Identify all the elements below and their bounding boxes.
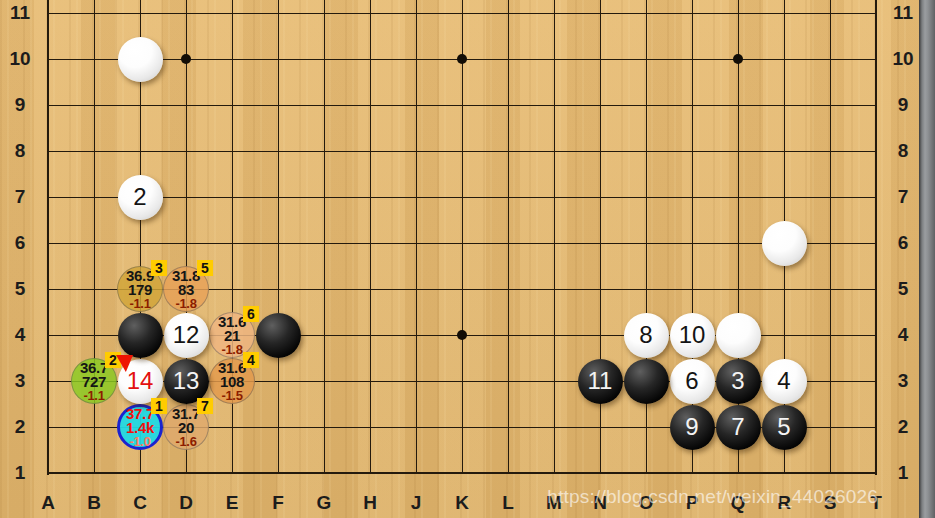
candidate-visits: 21 [224, 329, 240, 343]
row-label-left-4: 4 [2, 323, 38, 347]
candidate-rank-badge: 1 [151, 398, 167, 414]
move-number: 8 [639, 323, 652, 347]
candidate-score: -1.0 [129, 435, 150, 448]
column-label-H: H [356, 491, 384, 515]
grid-line-col-G [324, 0, 325, 474]
candidate-score: -1.8 [175, 297, 196, 310]
row-label-right-10: 10 [885, 47, 921, 71]
stone-black-Q2[interactable]: 7 [716, 405, 761, 450]
row-label-left-9: 9 [2, 93, 38, 117]
grid-line-col-L [508, 0, 509, 474]
row-label-right-4: 4 [885, 323, 921, 347]
move-number: 10 [679, 323, 706, 347]
candidate-score: -1.1 [83, 389, 104, 402]
column-label-C: C [126, 491, 154, 515]
move-number: 12 [173, 323, 200, 347]
stone-black-F4[interactable] [256, 313, 301, 358]
grid-line-col-T [875, 0, 877, 475]
grid-line-row-11 [47, 13, 877, 14]
stone-white-P3[interactable]: 6 [670, 359, 715, 404]
stone-white-P4[interactable]: 10 [670, 313, 715, 358]
row-label-left-3: 3 [2, 369, 38, 393]
move-number: 2 [133, 185, 146, 209]
board-right-edge [919, 0, 935, 518]
star-point-D10 [181, 54, 191, 64]
candidate-visits: 20 [178, 421, 194, 435]
candidate-visits: 727 [82, 375, 106, 389]
row-label-right-6: 6 [885, 231, 921, 255]
row-label-left-2: 2 [2, 415, 38, 439]
column-label-L: L [494, 491, 522, 515]
candidate-rank-badge: 4 [243, 352, 259, 368]
column-label-G: G [310, 491, 338, 515]
candidate-rank-badge: 3 [151, 260, 167, 276]
row-label-right-9: 9 [885, 93, 921, 117]
move-number: 11 [588, 369, 613, 393]
candidate-visits: 108 [220, 375, 244, 389]
stone-black-C4[interactable] [118, 313, 163, 358]
grid-line-row-9 [47, 105, 877, 106]
row-label-left-6: 6 [2, 231, 38, 255]
grid-line-row-7 [47, 197, 877, 198]
row-label-right-1: 1 [885, 461, 921, 485]
stone-black-O3[interactable] [624, 359, 669, 404]
move-number: 13 [173, 369, 200, 393]
stone-white-C7[interactable]: 2 [118, 175, 163, 220]
grid-line-col-J [416, 0, 417, 474]
grid-line-col-F [278, 0, 279, 474]
grid-line-col-S [830, 0, 831, 474]
move-number: 5 [777, 415, 790, 439]
row-label-right-7: 7 [885, 185, 921, 209]
move-number: 4 [777, 369, 790, 393]
row-label-left-8: 8 [2, 139, 38, 163]
stone-black-P2[interactable]: 9 [670, 405, 715, 450]
row-label-right-5: 5 [885, 277, 921, 301]
stone-white-R6[interactable] [762, 221, 807, 266]
candidate-visits: 83 [178, 283, 194, 297]
stone-black-N3[interactable]: 11 [578, 359, 623, 404]
move-number: 6 [685, 369, 698, 393]
candidate-rank-badge: 7 [197, 398, 213, 414]
grid-line-col-A [47, 0, 49, 475]
candidate-score: -1.6 [175, 435, 196, 448]
row-label-left-5: 5 [2, 277, 38, 301]
grid-line-col-H [370, 0, 371, 474]
row-label-left-10: 10 [2, 47, 38, 71]
row-label-right-11: 11 [885, 1, 921, 25]
move-number: 3 [731, 369, 744, 393]
stone-white-C10[interactable] [118, 37, 163, 82]
row-label-left-7: 7 [2, 185, 38, 209]
candidate-score: -1.5 [221, 389, 242, 402]
candidate-rank-badge: 2 [105, 352, 121, 368]
stone-black-R2[interactable]: 5 [762, 405, 807, 450]
grid-line-col-M [554, 0, 555, 474]
row-label-right-3: 3 [885, 369, 921, 393]
move-number: 7 [731, 415, 744, 439]
grid-line-col-K [462, 0, 463, 474]
candidate-rank-badge: 5 [197, 260, 213, 276]
grid-line-row-8 [47, 151, 877, 152]
stone-black-Q3[interactable]: 3 [716, 359, 761, 404]
stone-white-R3[interactable]: 4 [762, 359, 807, 404]
grid-line-row-1 [47, 472, 877, 474]
column-label-J: J [402, 491, 430, 515]
column-label-B: B [80, 491, 108, 515]
candidate-score: -1.8 [221, 343, 242, 356]
move-number: 9 [685, 415, 698, 439]
candidate-score: -1.1 [129, 297, 150, 310]
star-point-K4 [457, 330, 467, 340]
row-label-left-11: 11 [2, 1, 38, 25]
row-label-left-1: 1 [2, 461, 38, 485]
candidate-rank-badge: 6 [243, 306, 259, 322]
stone-black-D3[interactable]: 13 [164, 359, 209, 404]
stone-white-O4[interactable]: 8 [624, 313, 669, 358]
star-point-K10 [457, 54, 467, 64]
star-point-Q10 [733, 54, 743, 64]
column-label-K: K [448, 491, 476, 515]
go-analysis-screenshot: ABCDEFGHJKLMNOPQRST111110109988776655443… [0, 0, 935, 518]
column-label-E: E [218, 491, 246, 515]
column-label-D: D [172, 491, 200, 515]
candidate-visits: 179 [128, 283, 152, 297]
watermark-url: https://blog.csdn.net/weixin_44026026 [547, 486, 878, 508]
column-label-A: A [34, 491, 62, 515]
stone-white-D4[interactable]: 12 [164, 313, 209, 358]
column-label-F: F [264, 491, 292, 515]
row-label-right-8: 8 [885, 139, 921, 163]
candidate-visits: 1.4k [126, 421, 154, 435]
row-label-right-2: 2 [885, 415, 921, 439]
stone-white-Q4[interactable] [716, 313, 761, 358]
grid-line-row-6 [47, 243, 877, 244]
move-number: 14 [127, 369, 154, 393]
